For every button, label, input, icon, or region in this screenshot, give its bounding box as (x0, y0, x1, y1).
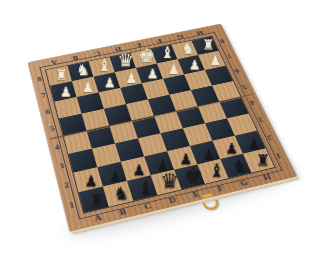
piece-black-rook-h1[interactable]: ♜ (255, 153, 269, 169)
square-c1[interactable]: ♝ (127, 175, 158, 200)
piece-black-knight-g1[interactable]: ♞ (232, 157, 247, 174)
piece-white-pawn-b7[interactable]: ♟ (81, 80, 93, 94)
piece-white-pawn-h7[interactable]: ♟ (209, 54, 221, 67)
piece-black-bishop-c1[interactable]: ♝ (137, 178, 154, 197)
piece-white-bishop-c8[interactable]: ♝ (97, 58, 112, 74)
piece-white-king-e8[interactable]: ♚ (138, 46, 155, 65)
piece-white-pawn-g7[interactable]: ♟ (188, 58, 200, 71)
piece-white-knight-g8[interactable]: ♞ (181, 42, 194, 57)
piece-white-queen-d8[interactable]: ♛ (117, 51, 133, 69)
piece-black-rook-a1[interactable]: ♜ (89, 192, 104, 209)
piece-black-pawn-g2[interactable]: ♟ (225, 141, 238, 156)
piece-black-pawn-b2[interactable]: ♟ (108, 168, 122, 183)
piece-black-king-e1[interactable]: ♚ (183, 164, 202, 186)
chess-board: ♜♞♝♛♚♝♞♜♟♟♟♟♟♟♟♟♟♟♟♟♟♟♟♟♜♞♝♛♚♝♞♜ ABCDEFG… (28, 24, 296, 231)
piece-white-rook-h8[interactable]: ♜ (202, 38, 214, 52)
brass-clasp-icon (200, 194, 222, 210)
clasp-loop (201, 195, 221, 211)
piece-white-knight-b8[interactable]: ♞ (76, 63, 90, 78)
piece-white-pawn-a7[interactable]: ♟ (59, 85, 71, 99)
piece-white-pawn-d7[interactable]: ♟ (125, 71, 137, 85)
piece-black-pawn-a2[interactable]: ♟ (84, 173, 98, 188)
piece-white-pawn-f7[interactable]: ♟ (167, 63, 179, 76)
piece-black-pawn-h2[interactable]: ♟ (247, 136, 260, 151)
square-d1[interactable]: ♛ (151, 170, 182, 195)
piece-black-knight-b1[interactable]: ♞ (113, 185, 129, 203)
piece-white-rook-a8[interactable]: ♜ (54, 68, 67, 82)
piece-black-bishop-f1[interactable]: ♝ (208, 162, 224, 180)
piece-white-pawn-c7[interactable]: ♟ (103, 76, 115, 90)
piece-white-pawn-e7[interactable]: ♟ (146, 67, 158, 80)
piece-white-bishop-f8[interactable]: ♝ (160, 45, 174, 61)
piece-black-pawn-c2[interactable]: ♟ (132, 162, 145, 177)
piece-black-queen-d1[interactable]: ♛ (160, 171, 178, 192)
square-b1[interactable]: ♞ (103, 181, 133, 207)
product-photo: ♜♞♝♛♚♝♞♜♟♟♟♟♟♟♟♟♟♟♟♟♟♟♟♟♜♞♝♛♚♝♞♜ ABCDEFG… (0, 0, 320, 266)
square-b3[interactable] (92, 143, 121, 167)
